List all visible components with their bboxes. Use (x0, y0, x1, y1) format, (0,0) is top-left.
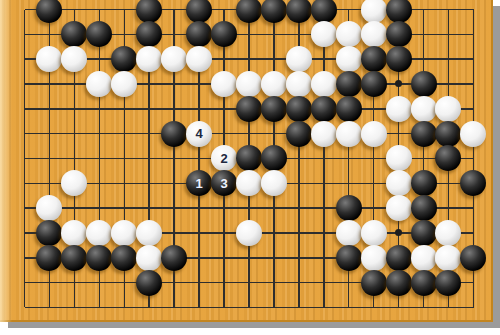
stone-black[interactable] (411, 170, 437, 196)
stone-white[interactable] (261, 71, 287, 97)
stone-white[interactable] (261, 170, 287, 196)
stone-black[interactable] (411, 121, 437, 147)
stone-white[interactable] (336, 121, 362, 147)
stone-black[interactable] (361, 71, 387, 97)
stone-black[interactable] (261, 96, 287, 122)
stone-black[interactable] (161, 121, 187, 147)
stone-black[interactable] (236, 96, 262, 122)
stone-black[interactable] (61, 245, 87, 271)
stone-black[interactable] (136, 270, 162, 296)
stone-white[interactable] (361, 0, 387, 23)
stone-white[interactable] (311, 21, 337, 47)
board-shadow-bottom (8, 322, 500, 328)
stone-white[interactable] (286, 71, 312, 97)
stone-white[interactable] (336, 21, 362, 47)
stone-black[interactable] (435, 270, 461, 296)
stone-black[interactable] (286, 96, 312, 122)
stone-black[interactable] (411, 220, 437, 246)
stone-white[interactable] (386, 145, 412, 171)
stone-black[interactable] (336, 96, 362, 122)
stone-black[interactable] (111, 245, 137, 271)
stone-black[interactable] (261, 0, 287, 23)
stone-white[interactable] (361, 245, 387, 271)
grid-line-horizontal (25, 133, 475, 135)
stone-black[interactable] (361, 46, 387, 72)
stone-white[interactable] (311, 71, 337, 97)
stone-white[interactable] (361, 121, 387, 147)
stone-white[interactable] (460, 121, 486, 147)
stone-white[interactable] (211, 71, 237, 97)
stone-black[interactable] (86, 245, 112, 271)
stone-white[interactable] (286, 46, 312, 72)
stone-white-move-4[interactable]: 4 (186, 121, 212, 147)
stone-white[interactable] (236, 71, 262, 97)
stone-black[interactable] (411, 71, 437, 97)
stone-white[interactable] (336, 220, 362, 246)
board-edge-highlight (0, 0, 12, 322)
stone-black[interactable] (336, 195, 362, 221)
stone-white[interactable] (236, 220, 262, 246)
stone-white[interactable] (411, 245, 437, 271)
stone-white[interactable] (311, 121, 337, 147)
stone-black[interactable] (286, 0, 312, 23)
stone-white[interactable] (361, 21, 387, 47)
stone-black[interactable] (361, 270, 387, 296)
stone-white[interactable] (386, 195, 412, 221)
board-shadow-right (493, 6, 500, 322)
stone-black[interactable] (386, 245, 412, 271)
stone-white[interactable] (386, 170, 412, 196)
stone-black[interactable] (161, 245, 187, 271)
stone-black[interactable] (311, 0, 337, 23)
stone-white[interactable] (411, 96, 437, 122)
stone-black[interactable] (386, 46, 412, 72)
stone-black[interactable] (186, 0, 212, 23)
stone-white[interactable] (336, 46, 362, 72)
stone-black[interactable] (286, 121, 312, 147)
stone-black[interactable] (386, 0, 412, 23)
stone-black[interactable] (386, 21, 412, 47)
stone-black[interactable] (411, 195, 437, 221)
stone-black[interactable] (236, 0, 262, 23)
stone-black[interactable] (311, 96, 337, 122)
stone-white[interactable] (386, 96, 412, 122)
stone-white[interactable] (136, 220, 162, 246)
stone-black[interactable] (336, 71, 362, 97)
stone-black[interactable] (435, 121, 461, 147)
stone-black[interactable] (386, 270, 412, 296)
stone-white[interactable] (136, 245, 162, 271)
grid-line-horizontal (25, 307, 475, 309)
stone-black[interactable] (336, 245, 362, 271)
go-board[interactable]: 4213 (0, 0, 500, 335)
stone-black[interactable] (411, 270, 437, 296)
stone-white[interactable] (361, 220, 387, 246)
